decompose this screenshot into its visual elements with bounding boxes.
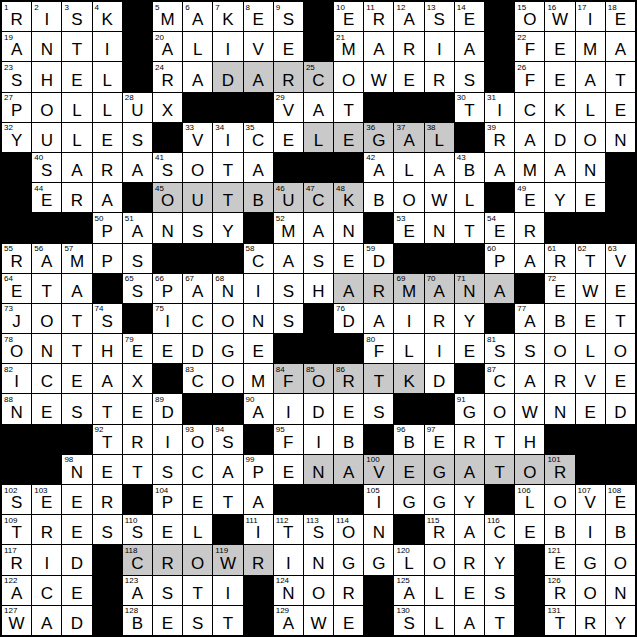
cell-13-4[interactable]: E [123, 394, 152, 423]
cell-7-14[interactable]: N [425, 213, 454, 242]
cell-17-20[interactable]: B [606, 515, 635, 544]
cell-3-15[interactable]: 30T [455, 93, 484, 122]
cell-2-11[interactable]: O [334, 62, 363, 91]
cell-0-8[interactable]: 8E [244, 2, 273, 31]
cell-0-15[interactable]: 14E [455, 2, 484, 31]
cell-9-2[interactable]: A [62, 274, 91, 303]
cell-6-11[interactable]: 48K [334, 183, 363, 212]
cell-4-13[interactable]: 37A [394, 123, 423, 152]
cell-1-11[interactable]: 21M [334, 32, 363, 61]
cell-19-0[interactable]: 122A [2, 576, 31, 605]
cell-13-18[interactable]: N [545, 394, 574, 423]
cell-17-8[interactable]: 111I [244, 515, 273, 544]
cell-12-11[interactable]: 86R [334, 364, 363, 393]
cell-7-10[interactable]: A [304, 213, 333, 242]
cell-17-15[interactable]: A [455, 515, 484, 544]
cell-14-13[interactable]: 96B [394, 425, 423, 454]
cell-16-18[interactable]: O [545, 485, 574, 514]
cell-10-9[interactable]: S [274, 304, 303, 333]
cell-6-13[interactable]: O [394, 183, 423, 212]
cell-10-12[interactable]: A [364, 304, 393, 333]
cell-18-9[interactable]: I [274, 545, 303, 574]
cell-13-10[interactable]: D [304, 394, 333, 423]
cell-15-6[interactable]: C [183, 455, 212, 484]
cell-0-6[interactable]: 6A [183, 2, 212, 31]
cell-13-11[interactable]: E [334, 394, 363, 423]
cell-11-0[interactable]: 78O [2, 334, 31, 363]
cell-20-18[interactable]: 131T [545, 606, 574, 635]
cell-0-7[interactable]: 7K [213, 2, 242, 31]
cell-6-6[interactable]: U [183, 183, 212, 212]
cell-7-11[interactable]: N [334, 213, 363, 242]
cell-18-1[interactable]: I [32, 545, 61, 574]
cell-17-14[interactable]: 115R [425, 515, 454, 544]
cell-13-1[interactable]: E [32, 394, 61, 423]
cell-7-4[interactable]: 51A [123, 213, 152, 242]
cell-10-8[interactable]: N [244, 304, 273, 333]
cell-12-14[interactable]: D [425, 364, 454, 393]
cell-4-7[interactable]: 34I [213, 123, 242, 152]
cell-2-15[interactable]: S [455, 62, 484, 91]
cell-11-17[interactable]: S [515, 334, 544, 363]
cell-16-6[interactable]: E [183, 485, 212, 514]
cell-14-10[interactable]: I [304, 425, 333, 454]
cell-10-7[interactable]: O [213, 304, 242, 333]
cell-5-13[interactable]: L [394, 153, 423, 182]
cell-9-4[interactable]: 65S [123, 274, 152, 303]
cell-20-2[interactable]: D [62, 606, 91, 635]
cell-17-6[interactable]: L [183, 515, 212, 544]
cell-5-14[interactable]: A [425, 153, 454, 182]
cell-12-16[interactable]: 87C [485, 364, 514, 393]
cell-8-12[interactable]: 59D [364, 244, 393, 273]
cell-18-4[interactable]: 118C [123, 545, 152, 574]
cell-0-2[interactable]: 3S [62, 2, 91, 31]
cell-16-12[interactable]: 105I [364, 485, 393, 514]
cell-12-20[interactable]: E [606, 364, 635, 393]
cell-11-3[interactable]: H [93, 334, 122, 363]
cell-11-5[interactable]: E [153, 334, 182, 363]
cell-9-15[interactable]: 71N [455, 274, 484, 303]
cell-3-5[interactable]: X [153, 93, 182, 122]
cell-9-9[interactable]: S [274, 274, 303, 303]
cell-2-13[interactable]: E [394, 62, 423, 91]
cell-15-7[interactable]: A [213, 455, 242, 484]
cell-18-5[interactable]: R [153, 545, 182, 574]
cell-8-19[interactable]: 62T [576, 244, 605, 273]
cell-19-14[interactable]: L [425, 576, 454, 605]
cell-0-19[interactable]: 17I [576, 2, 605, 31]
cell-20-6[interactable]: S [183, 606, 212, 635]
cell-17-3[interactable]: S [93, 515, 122, 544]
cell-11-7[interactable]: G [213, 334, 242, 363]
cell-17-9[interactable]: 112T [274, 515, 303, 544]
cell-10-1[interactable]: O [32, 304, 61, 333]
cell-6-12[interactable]: B [364, 183, 393, 212]
cell-17-10[interactable]: 113S [304, 515, 333, 544]
cell-20-14[interactable]: L [425, 606, 454, 635]
cell-8-0[interactable]: 55R [2, 244, 31, 273]
cell-7-9[interactable]: 52M [274, 213, 303, 242]
cell-15-3[interactable]: E [93, 455, 122, 484]
cell-18-19[interactable]: G [576, 545, 605, 574]
cell-2-18[interactable]: E [545, 62, 574, 91]
cell-0-0[interactable]: 1R [2, 2, 31, 31]
cell-5-5[interactable]: 41S [153, 153, 182, 182]
cell-7-16[interactable]: 54E [485, 213, 514, 242]
cell-13-17[interactable]: W [515, 394, 544, 423]
cell-13-3[interactable]: T [93, 394, 122, 423]
cell-1-13[interactable]: R [394, 32, 423, 61]
cell-12-13[interactable]: K [394, 364, 423, 393]
cell-1-6[interactable]: L [183, 32, 212, 61]
cell-0-20[interactable]: 18E [606, 2, 635, 31]
cell-15-17[interactable]: O [515, 455, 544, 484]
cell-1-1[interactable]: N [32, 32, 61, 61]
cell-17-1[interactable]: R [32, 515, 61, 544]
cell-5-12[interactable]: 42A [364, 153, 393, 182]
cell-12-8[interactable]: M [244, 364, 273, 393]
cell-8-1[interactable]: 56A [32, 244, 61, 273]
cell-5-17[interactable]: M [515, 153, 544, 182]
cell-12-18[interactable]: R [545, 364, 574, 393]
cell-14-11[interactable]: B [334, 425, 363, 454]
cell-11-16[interactable]: 81S [485, 334, 514, 363]
cell-9-0[interactable]: 64E [2, 274, 31, 303]
cell-4-1[interactable]: U [32, 123, 61, 152]
cell-16-14[interactable]: G [425, 485, 454, 514]
cell-6-19[interactable]: E [576, 183, 605, 212]
cell-1-5[interactable]: 20A [153, 32, 182, 61]
cell-4-12[interactable]: 36G [364, 123, 393, 152]
cell-14-3[interactable]: 92T [93, 425, 122, 454]
cell-19-13[interactable]: 125A [394, 576, 423, 605]
cell-19-20[interactable]: N [606, 576, 635, 605]
cell-4-17[interactable]: A [515, 123, 544, 152]
cell-15-5[interactable]: S [153, 455, 182, 484]
cell-15-10[interactable]: N [304, 455, 333, 484]
cell-13-2[interactable]: S [62, 394, 91, 423]
cell-13-19[interactable]: E [576, 394, 605, 423]
cell-3-11[interactable]: T [334, 93, 363, 122]
cell-16-13[interactable]: G [394, 485, 423, 514]
cell-7-5[interactable]: N [153, 213, 182, 242]
cell-20-0[interactable]: 127W [2, 606, 31, 635]
cell-0-11[interactable]: 10E [334, 2, 363, 31]
cell-19-10[interactable]: O [304, 576, 333, 605]
cell-0-18[interactable]: 16W [545, 2, 574, 31]
cell-13-0[interactable]: 88N [2, 394, 31, 423]
cell-6-5[interactable]: 45O [153, 183, 182, 212]
cell-5-18[interactable]: A [545, 153, 574, 182]
cell-18-13[interactable]: 120L [394, 545, 423, 574]
cell-11-2[interactable]: T [62, 334, 91, 363]
cell-16-7[interactable]: T [213, 485, 242, 514]
cell-10-11[interactable]: 76D [334, 304, 363, 333]
cell-16-3[interactable]: R [93, 485, 122, 514]
cell-11-14[interactable]: I [425, 334, 454, 363]
cell-6-15[interactable]: L [455, 183, 484, 212]
cell-2-8[interactable]: A [244, 62, 273, 91]
cell-12-19[interactable]: V [576, 364, 605, 393]
cell-19-15[interactable]: E [455, 576, 484, 605]
cell-12-17[interactable]: A [515, 364, 544, 393]
cell-4-18[interactable]: D [545, 123, 574, 152]
cell-17-11[interactable]: 114O [334, 515, 363, 544]
cell-1-3[interactable]: I [93, 32, 122, 61]
cell-14-6[interactable]: 93O [183, 425, 212, 454]
cell-12-2[interactable]: E [62, 364, 91, 393]
cell-20-13[interactable]: 130S [394, 606, 423, 635]
cell-5-19[interactable]: N [576, 153, 605, 182]
cell-10-18[interactable]: B [545, 304, 574, 333]
cell-5-16[interactable]: A [485, 153, 514, 182]
cell-18-15[interactable]: R [455, 545, 484, 574]
cell-5-15[interactable]: 43B [455, 153, 484, 182]
cell-13-8[interactable]: 90A [244, 394, 273, 423]
cell-0-17[interactable]: 15O [515, 2, 544, 31]
cell-6-10[interactable]: 47C [304, 183, 333, 212]
cell-8-17[interactable]: A [515, 244, 544, 273]
cell-19-4[interactable]: 123A [123, 576, 152, 605]
cell-4-4[interactable]: S [123, 123, 152, 152]
cell-1-2[interactable]: T [62, 32, 91, 61]
cell-20-19[interactable]: R [576, 606, 605, 635]
cell-20-9[interactable]: 129A [274, 606, 303, 635]
cell-2-1[interactable]: H [32, 62, 61, 91]
cell-16-8[interactable]: A [244, 485, 273, 514]
cell-3-9[interactable]: 29V [274, 93, 303, 122]
cell-0-9[interactable]: 9S [274, 2, 303, 31]
cell-18-0[interactable]: 117R [2, 545, 31, 574]
cell-8-16[interactable]: 60P [485, 244, 514, 273]
cell-10-2[interactable]: T [62, 304, 91, 333]
cell-16-2[interactable]: E [62, 485, 91, 514]
cell-14-15[interactable]: R [455, 425, 484, 454]
cell-19-18[interactable]: 126R [545, 576, 574, 605]
cell-4-14[interactable]: 38L [425, 123, 454, 152]
cell-19-16[interactable]: S [485, 576, 514, 605]
cell-18-16[interactable]: Y [485, 545, 514, 574]
cell-11-20[interactable]: O [606, 334, 635, 363]
cell-3-20[interactable]: E [606, 93, 635, 122]
cell-1-8[interactable]: V [244, 32, 273, 61]
cell-17-4[interactable]: 110S [123, 515, 152, 544]
cell-10-20[interactable]: T [606, 304, 635, 333]
cell-16-17[interactable]: 106L [515, 485, 544, 514]
cell-16-20[interactable]: 108E [606, 485, 635, 514]
cell-7-13[interactable]: 53E [394, 213, 423, 242]
cell-10-15[interactable]: Y [455, 304, 484, 333]
cell-2-6[interactable]: A [183, 62, 212, 91]
cell-14-14[interactable]: 97E [425, 425, 454, 454]
cell-17-16[interactable]: 116C [485, 515, 514, 544]
cell-5-8[interactable]: A [244, 153, 273, 182]
cell-19-7[interactable]: I [213, 576, 242, 605]
cell-9-5[interactable]: 66P [153, 274, 182, 303]
cell-0-5[interactable]: 5M [153, 2, 182, 31]
cell-14-17[interactable]: H [515, 425, 544, 454]
cell-3-18[interactable]: K [545, 93, 574, 122]
cell-18-12[interactable]: G [364, 545, 393, 574]
cell-10-14[interactable]: R [425, 304, 454, 333]
cell-13-5[interactable]: 89D [153, 394, 182, 423]
cell-2-12[interactable]: W [364, 62, 393, 91]
cell-13-12[interactable]: S [364, 394, 393, 423]
cell-12-12[interactable]: T [364, 364, 393, 393]
cell-10-0[interactable]: 73J [2, 304, 31, 333]
cell-15-2[interactable]: 98N [62, 455, 91, 484]
cell-11-13[interactable]: L [394, 334, 423, 363]
cell-4-9[interactable]: E [274, 123, 303, 152]
cell-0-12[interactable]: 11R [364, 2, 393, 31]
cell-2-17[interactable]: 26F [515, 62, 544, 91]
cell-20-5[interactable]: E [153, 606, 182, 635]
cell-8-20[interactable]: 63V [606, 244, 635, 273]
cell-6-17[interactable]: 49E [515, 183, 544, 212]
cell-3-0[interactable]: 27P [2, 93, 31, 122]
cell-16-19[interactable]: 107V [576, 485, 605, 514]
cell-20-11[interactable]: E [334, 606, 363, 635]
cell-17-2[interactable]: E [62, 515, 91, 544]
cell-18-11[interactable]: G [334, 545, 363, 574]
cell-11-12[interactable]: 80F [364, 334, 393, 363]
cell-12-7[interactable]: O [213, 364, 242, 393]
cell-4-6[interactable]: 33V [183, 123, 212, 152]
cell-12-1[interactable]: C [32, 364, 61, 393]
cell-18-14[interactable]: O [425, 545, 454, 574]
cell-5-6[interactable]: O [183, 153, 212, 182]
cell-0-1[interactable]: 2I [32, 2, 61, 31]
cell-2-3[interactable]: L [93, 62, 122, 91]
cell-8-9[interactable]: A [274, 244, 303, 273]
cell-9-13[interactable]: 69M [394, 274, 423, 303]
cell-15-8[interactable]: 99P [244, 455, 273, 484]
cell-19-19[interactable]: O [576, 576, 605, 605]
cell-9-1[interactable]: T [32, 274, 61, 303]
cell-17-0[interactable]: 109T [2, 515, 31, 544]
cell-4-3[interactable]: E [93, 123, 122, 152]
cell-10-17[interactable]: 77A [515, 304, 544, 333]
cell-12-0[interactable]: 82I [2, 364, 31, 393]
cell-9-12[interactable]: R [364, 274, 393, 303]
cell-11-18[interactable]: O [545, 334, 574, 363]
cell-9-8[interactable]: I [244, 274, 273, 303]
cell-18-2[interactable]: D [62, 545, 91, 574]
cell-12-10[interactable]: 85O [304, 364, 333, 393]
cell-12-4[interactable]: X [123, 364, 152, 393]
cell-0-14[interactable]: 13S [425, 2, 454, 31]
cell-13-20[interactable]: D [606, 394, 635, 423]
cell-16-5[interactable]: 104P [153, 485, 182, 514]
cell-3-19[interactable]: L [576, 93, 605, 122]
cell-3-2[interactable]: L [62, 93, 91, 122]
cell-13-9[interactable]: I [274, 394, 303, 423]
cell-17-18[interactable]: B [545, 515, 574, 544]
cell-19-1[interactable]: C [32, 576, 61, 605]
cell-6-14[interactable]: W [425, 183, 454, 212]
cell-3-16[interactable]: 31I [485, 93, 514, 122]
cell-20-1[interactable]: A [32, 606, 61, 635]
cell-9-11[interactable]: A [334, 274, 363, 303]
cell-4-10[interactable]: L [304, 123, 333, 152]
cell-13-16[interactable]: O [485, 394, 514, 423]
cell-15-13[interactable]: E [394, 455, 423, 484]
cell-15-14[interactable]: G [425, 455, 454, 484]
cell-5-4[interactable]: A [123, 153, 152, 182]
cell-7-7[interactable]: Y [213, 213, 242, 242]
cell-14-7[interactable]: 94S [213, 425, 242, 454]
cell-20-16[interactable]: T [485, 606, 514, 635]
cell-15-12[interactable]: 100V [364, 455, 393, 484]
cell-11-19[interactable]: L [576, 334, 605, 363]
cell-15-15[interactable]: A [455, 455, 484, 484]
cell-3-3[interactable]: L [93, 93, 122, 122]
cell-2-7[interactable]: D [213, 62, 242, 91]
cell-4-8[interactable]: 35C [244, 123, 273, 152]
cell-15-11[interactable]: A [334, 455, 363, 484]
cell-5-1[interactable]: 40S [32, 153, 61, 182]
cell-8-4[interactable]: S [123, 244, 152, 273]
cell-1-9[interactable]: E [274, 32, 303, 61]
cell-9-6[interactable]: 67A [183, 274, 212, 303]
cell-1-15[interactable]: A [455, 32, 484, 61]
cell-2-9[interactable]: R [274, 62, 303, 91]
cell-4-16[interactable]: 39R [485, 123, 514, 152]
cell-1-20[interactable]: A [606, 32, 635, 61]
cell-2-10[interactable]: 25C [304, 62, 333, 91]
cell-15-18[interactable]: 101R [545, 455, 574, 484]
cell-6-1[interactable]: 44E [32, 183, 61, 212]
cell-8-8[interactable]: 58C [244, 244, 273, 273]
cell-9-20[interactable]: E [606, 274, 635, 303]
cell-19-5[interactable]: S [153, 576, 182, 605]
cell-4-2[interactable]: L [62, 123, 91, 152]
cell-11-1[interactable]: N [32, 334, 61, 363]
cell-8-11[interactable]: E [334, 244, 363, 273]
cell-18-8[interactable]: R [244, 545, 273, 574]
cell-18-7[interactable]: 119W [213, 545, 242, 574]
cell-9-10[interactable]: H [304, 274, 333, 303]
cell-15-9[interactable]: E [274, 455, 303, 484]
cell-9-16[interactable]: A [485, 274, 514, 303]
cell-9-7[interactable]: 68N [213, 274, 242, 303]
cell-19-2[interactable]: E [62, 576, 91, 605]
cell-5-7[interactable]: T [213, 153, 242, 182]
cell-10-3[interactable]: 74S [93, 304, 122, 333]
cell-19-11[interactable]: R [334, 576, 363, 605]
cell-8-10[interactable]: S [304, 244, 333, 273]
cell-7-3[interactable]: 50P [93, 213, 122, 242]
cell-4-20[interactable]: N [606, 123, 635, 152]
cell-2-0[interactable]: 23S [2, 62, 31, 91]
cell-7-6[interactable]: S [183, 213, 212, 242]
cell-7-17[interactable]: R [515, 213, 544, 242]
cell-1-14[interactable]: I [425, 32, 454, 61]
cell-14-16[interactable]: T [485, 425, 514, 454]
cell-1-19[interactable]: M [576, 32, 605, 61]
cell-17-12[interactable]: N [364, 515, 393, 544]
cell-10-5[interactable]: 75I [153, 304, 182, 333]
cell-2-19[interactable]: A [576, 62, 605, 91]
cell-8-18[interactable]: 61R [545, 244, 574, 273]
cell-20-15[interactable]: A [455, 606, 484, 635]
cell-1-0[interactable]: 19A [2, 32, 31, 61]
cell-2-14[interactable]: R [425, 62, 454, 91]
cell-20-10[interactable]: W [304, 606, 333, 635]
cell-8-3[interactable]: P [93, 244, 122, 273]
cell-10-6[interactable]: C [183, 304, 212, 333]
